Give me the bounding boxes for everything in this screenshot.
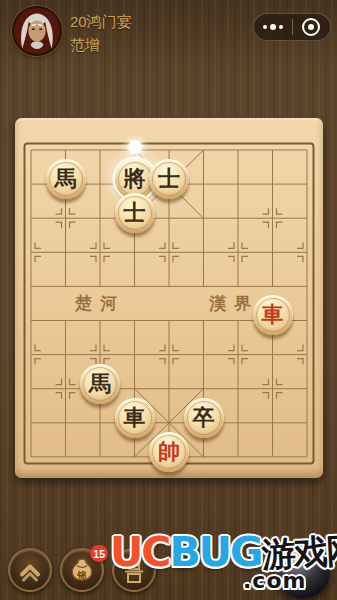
level-title: 20鸿门宴 <box>70 13 132 32</box>
more-icon <box>263 25 267 29</box>
close-button[interactable] <box>293 14 331 40</box>
item-button[interactable] <box>112 548 156 592</box>
level-subtitle: 范增 <box>70 36 100 55</box>
close-icon <box>302 18 320 36</box>
piece-black-chariot[interactable]: 車 <box>115 398 155 438</box>
watermark-bug: BUG <box>169 528 261 576</box>
piece-red-general[interactable]: 帥 <box>149 432 189 472</box>
avatar-image <box>14 8 60 54</box>
piece-grid: 馬將士士車馬車卒帥 <box>14 133 325 474</box>
move-hint-dot[interactable] <box>129 141 141 153</box>
more-icon <box>279 25 283 29</box>
more-icon <box>270 24 276 30</box>
hint-bag-button[interactable]: 锦 15 <box>60 548 104 592</box>
xiangqi-board[interactable]: 楚河 漢界 馬將士士車馬車卒帥 <box>15 118 323 478</box>
expand-button[interactable] <box>8 548 52 592</box>
avatar <box>12 6 62 56</box>
more-button[interactable] <box>254 14 292 40</box>
piece-black-advisor[interactable]: 士 <box>115 193 155 233</box>
menu-sphere-button[interactable] <box>275 543 331 599</box>
piece-black-soldier[interactable]: 卒 <box>184 398 224 438</box>
chevron-up-icon <box>10 550 50 590</box>
piece-black-advisor[interactable]: 士 <box>149 159 189 199</box>
wechat-capsule <box>253 13 331 41</box>
hint-count-badge: 15 <box>90 545 108 562</box>
pagoda-icon <box>114 550 154 590</box>
piece-black-horse[interactable]: 馬 <box>46 159 86 199</box>
piece-red-chariot[interactable]: 車 <box>253 295 293 335</box>
svg-text:锦: 锦 <box>77 570 87 580</box>
piece-black-horse[interactable]: 馬 <box>80 364 120 404</box>
